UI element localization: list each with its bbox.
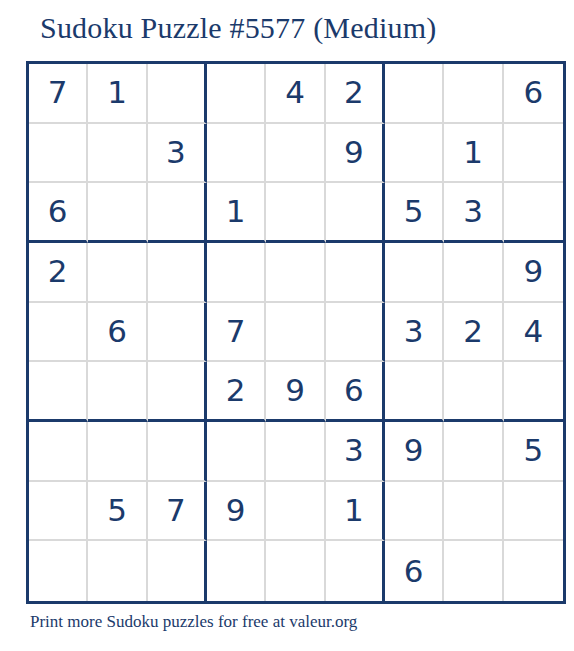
cell-r4c3 <box>148 243 207 303</box>
cell-r8c3: 7 <box>148 482 207 542</box>
cell-r3c8: 3 <box>444 183 503 243</box>
cell-r3c7: 5 <box>385 183 444 243</box>
cell-r5c3 <box>148 303 207 363</box>
given-digit: 1 <box>463 137 483 168</box>
cell-r6c1 <box>29 362 88 422</box>
cell-r6c6: 6 <box>326 362 385 422</box>
cell-r3c5 <box>266 183 325 243</box>
given-digit: 9 <box>285 375 305 406</box>
cell-r6c9 <box>504 362 563 422</box>
given-digit: 2 <box>226 375 246 406</box>
cell-r7c7: 9 <box>385 422 444 482</box>
cell-r4c6 <box>326 243 385 303</box>
cell-r7c9: 5 <box>504 422 563 482</box>
cell-r3c2 <box>88 183 147 243</box>
given-digit: 7 <box>226 316 246 347</box>
cell-r6c7 <box>385 362 444 422</box>
cell-r7c6: 3 <box>326 422 385 482</box>
cell-r9c4 <box>207 541 266 601</box>
given-digit: 1 <box>344 495 364 526</box>
cell-r1c8 <box>444 64 503 124</box>
cell-r2c2 <box>88 124 147 184</box>
cell-r7c1 <box>29 422 88 482</box>
cell-r7c8 <box>444 422 503 482</box>
footer-text: Print more Sudoku puzzles for free at va… <box>30 612 357 632</box>
cell-r6c5: 9 <box>266 362 325 422</box>
given-digit: 3 <box>404 316 424 347</box>
given-digit: 4 <box>523 316 543 347</box>
cell-r4c8 <box>444 243 503 303</box>
given-digit: 1 <box>226 196 246 227</box>
cell-r8c7 <box>385 482 444 542</box>
cell-r8c9 <box>504 482 563 542</box>
cell-r9c1 <box>29 541 88 601</box>
cell-r1c2: 1 <box>88 64 147 124</box>
given-digit: 7 <box>48 77 68 108</box>
cell-r2c1 <box>29 124 88 184</box>
given-digit: 6 <box>523 77 543 108</box>
cell-r7c5 <box>266 422 325 482</box>
given-digit: 6 <box>48 196 68 227</box>
given-digit: 6 <box>404 556 424 587</box>
cell-r1c1: 7 <box>29 64 88 124</box>
cell-r3c9 <box>504 183 563 243</box>
given-digit: 3 <box>344 435 364 466</box>
given-digit: 5 <box>107 495 127 526</box>
cell-r2c3: 3 <box>148 124 207 184</box>
cell-r5c5 <box>266 303 325 363</box>
given-digit: 2 <box>344 77 364 108</box>
cell-r8c5 <box>266 482 325 542</box>
cell-r5c8: 2 <box>444 303 503 363</box>
given-digit: 3 <box>166 137 186 168</box>
cell-r1c9: 6 <box>504 64 563 124</box>
given-digit: 9 <box>404 435 424 466</box>
cell-r2c8: 1 <box>444 124 503 184</box>
cell-r9c8 <box>444 541 503 601</box>
given-digit: 3 <box>463 196 483 227</box>
cell-r7c4 <box>207 422 266 482</box>
cell-r5c2: 6 <box>88 303 147 363</box>
cell-r5c4: 7 <box>207 303 266 363</box>
given-digit: 6 <box>344 375 364 406</box>
cell-r6c4: 2 <box>207 362 266 422</box>
cell-r8c2: 5 <box>88 482 147 542</box>
given-digit: 9 <box>226 495 246 526</box>
cell-r1c5: 4 <box>266 64 325 124</box>
cell-r5c7: 3 <box>385 303 444 363</box>
cell-r4c4 <box>207 243 266 303</box>
cell-r8c6: 1 <box>326 482 385 542</box>
cell-r4c9: 9 <box>504 243 563 303</box>
cell-r9c3 <box>148 541 207 601</box>
cell-r9c6 <box>326 541 385 601</box>
cell-r2c5 <box>266 124 325 184</box>
cell-r6c3 <box>148 362 207 422</box>
given-digit: 1 <box>107 77 127 108</box>
cell-r3c4: 1 <box>207 183 266 243</box>
sudoku-board: 714263916153296732429639557916 <box>26 61 566 604</box>
given-digit: 9 <box>344 137 364 168</box>
given-digit: 2 <box>48 256 68 287</box>
given-digit: 2 <box>463 316 483 347</box>
cell-r5c6 <box>326 303 385 363</box>
cell-r7c2 <box>88 422 147 482</box>
given-digit: 5 <box>523 435 543 466</box>
cell-r8c4: 9 <box>207 482 266 542</box>
given-digit: 7 <box>166 495 186 526</box>
cell-r5c1 <box>29 303 88 363</box>
given-digit: 5 <box>404 196 424 227</box>
cell-r2c6: 9 <box>326 124 385 184</box>
cell-r1c6: 2 <box>326 64 385 124</box>
cell-r1c3 <box>148 64 207 124</box>
cell-r2c7 <box>385 124 444 184</box>
cell-r4c5 <box>266 243 325 303</box>
cell-r6c2 <box>88 362 147 422</box>
cell-r8c8 <box>444 482 503 542</box>
cell-r9c5 <box>266 541 325 601</box>
cell-r2c4 <box>207 124 266 184</box>
cell-r2c9 <box>504 124 563 184</box>
cell-r3c1: 6 <box>29 183 88 243</box>
cell-r9c2 <box>88 541 147 601</box>
cell-r6c8 <box>444 362 503 422</box>
given-digit: 9 <box>523 256 543 287</box>
cell-r7c3 <box>148 422 207 482</box>
cell-r3c3 <box>148 183 207 243</box>
cell-r4c7 <box>385 243 444 303</box>
cell-r5c9: 4 <box>504 303 563 363</box>
given-digit: 4 <box>285 77 305 108</box>
given-digit: 6 <box>107 316 127 347</box>
cell-r4c1: 2 <box>29 243 88 303</box>
page-title: Sudoku Puzzle #5577 (Medium) <box>40 11 436 45</box>
cell-r1c7 <box>385 64 444 124</box>
cell-r1c4 <box>207 64 266 124</box>
cell-r8c1 <box>29 482 88 542</box>
cell-r9c7: 6 <box>385 541 444 601</box>
cell-r3c6 <box>326 183 385 243</box>
cell-r9c9 <box>504 541 563 601</box>
cell-r4c2 <box>88 243 147 303</box>
